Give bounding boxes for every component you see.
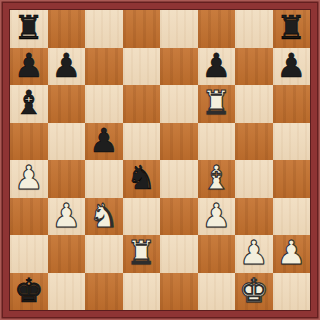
square-e5[interactable] [160,123,198,161]
square-c3[interactable]: ♞ [85,198,123,236]
square-f6[interactable]: ♜ [198,85,236,123]
square-b7[interactable]: ♟ [48,48,86,86]
chess-board: ♜♜♟♟♟♟♝♜♟♟♞♝♟♞♟♜♟♟♚♚ [10,10,310,310]
square-d1[interactable] [123,273,161,311]
white-rook: ♜ [126,234,156,272]
black-bishop: ♝ [14,84,44,122]
square-b4[interactable] [48,160,86,198]
square-d5[interactable] [123,123,161,161]
white-pawn: ♟ [201,197,231,235]
square-f2[interactable] [198,235,236,273]
square-c5[interactable]: ♟ [85,123,123,161]
black-rook: ♜ [276,9,306,47]
square-h7[interactable]: ♟ [273,48,311,86]
square-c8[interactable] [85,10,123,48]
square-b5[interactable] [48,123,86,161]
white-king: ♚ [239,272,269,310]
square-h6[interactable] [273,85,311,123]
square-c2[interactable] [85,235,123,273]
square-g4[interactable] [235,160,273,198]
square-h4[interactable] [273,160,311,198]
white-bishop: ♝ [201,159,231,197]
square-h3[interactable] [273,198,311,236]
square-f8[interactable] [198,10,236,48]
square-h5[interactable] [273,123,311,161]
square-d2[interactable]: ♜ [123,235,161,273]
square-d4[interactable]: ♞ [123,160,161,198]
square-d8[interactable] [123,10,161,48]
square-h1[interactable] [273,273,311,311]
black-pawn: ♟ [14,47,44,85]
square-a8[interactable]: ♜ [10,10,48,48]
square-a1[interactable]: ♚ [10,273,48,311]
square-h8[interactable]: ♜ [273,10,311,48]
white-rook: ♜ [201,84,231,122]
square-e2[interactable] [160,235,198,273]
square-f5[interactable] [198,123,236,161]
black-pawn: ♟ [201,47,231,85]
square-e1[interactable] [160,273,198,311]
square-b1[interactable] [48,273,86,311]
square-a6[interactable]: ♝ [10,85,48,123]
black-knight: ♞ [126,159,156,197]
square-b3[interactable]: ♟ [48,198,86,236]
square-d7[interactable] [123,48,161,86]
square-g5[interactable] [235,123,273,161]
square-f7[interactable]: ♟ [198,48,236,86]
square-a5[interactable] [10,123,48,161]
square-g1[interactable]: ♚ [235,273,273,311]
square-g2[interactable]: ♟ [235,235,273,273]
square-g3[interactable] [235,198,273,236]
square-e7[interactable] [160,48,198,86]
square-b6[interactable] [48,85,86,123]
white-pawn: ♟ [239,234,269,272]
square-a2[interactable] [10,235,48,273]
square-d6[interactable] [123,85,161,123]
square-h2[interactable]: ♟ [273,235,311,273]
square-g8[interactable] [235,10,273,48]
square-e3[interactable] [160,198,198,236]
chess-board-frame: ♜♜♟♟♟♟♝♜♟♟♞♝♟♞♟♜♟♟♚♚ [0,0,320,320]
square-d3[interactable] [123,198,161,236]
square-f1[interactable] [198,273,236,311]
white-pawn: ♟ [276,234,306,272]
square-c1[interactable] [85,273,123,311]
square-a7[interactable]: ♟ [10,48,48,86]
square-b8[interactable] [48,10,86,48]
square-a3[interactable] [10,198,48,236]
square-f3[interactable]: ♟ [198,198,236,236]
black-pawn: ♟ [51,47,81,85]
black-king: ♚ [14,272,44,310]
black-pawn: ♟ [89,122,119,160]
black-rook: ♜ [14,9,44,47]
square-c6[interactable] [85,85,123,123]
square-g6[interactable] [235,85,273,123]
square-c4[interactable] [85,160,123,198]
square-f4[interactable]: ♝ [198,160,236,198]
square-e6[interactable] [160,85,198,123]
square-b2[interactable] [48,235,86,273]
square-a4[interactable]: ♟ [10,160,48,198]
square-e8[interactable] [160,10,198,48]
white-pawn: ♟ [51,197,81,235]
white-pawn: ♟ [14,159,44,197]
square-g7[interactable] [235,48,273,86]
black-pawn: ♟ [276,47,306,85]
square-c7[interactable] [85,48,123,86]
white-knight: ♞ [89,197,119,235]
square-e4[interactable] [160,160,198,198]
